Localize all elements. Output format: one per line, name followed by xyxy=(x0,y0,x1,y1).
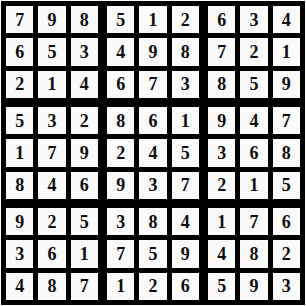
sudoku-cell-r9c7[interactable]: 5 xyxy=(208,273,235,300)
sudoku-cell-r2c8[interactable]: 2 xyxy=(240,38,267,65)
sudoku-cell-r2c5[interactable]: 9 xyxy=(139,38,166,65)
sudoku-cell-r2c2[interactable]: 5 xyxy=(38,38,65,65)
sudoku-cell-r8c5[interactable]: 5 xyxy=(139,240,166,267)
sudoku-cell-r1c4[interactable]: 5 xyxy=(107,6,134,33)
sudoku-cell-r7c8[interactable]: 7 xyxy=(240,208,267,235)
sudoku-cell-r2c7[interactable]: 7 xyxy=(208,38,235,65)
sudoku-cell-r7c2[interactable]: 2 xyxy=(38,208,65,235)
sudoku-cell-r6c3[interactable]: 6 xyxy=(71,172,98,199)
sudoku-cell-r4c2[interactable]: 3 xyxy=(38,107,65,134)
sudoku-cell-r7c1[interactable]: 9 xyxy=(6,208,33,235)
sudoku-box-1: 798653214 xyxy=(6,6,98,98)
sudoku-box-6: 947368215 xyxy=(208,107,300,199)
sudoku-cell-r5c2[interactable]: 7 xyxy=(38,139,65,166)
sudoku-cell-r6c8[interactable]: 1 xyxy=(240,172,267,199)
sudoku-cell-r4c3[interactable]: 2 xyxy=(71,107,98,134)
sudoku-cell-r9c3[interactable]: 7 xyxy=(71,273,98,300)
sudoku-box-7: 925361487 xyxy=(6,208,98,300)
sudoku-cell-r8c3[interactable]: 1 xyxy=(71,240,98,267)
sudoku-cell-r1c5[interactable]: 1 xyxy=(139,6,166,33)
sudoku-cell-r3c7[interactable]: 8 xyxy=(208,71,235,98)
sudoku-cell-r4c1[interactable]: 5 xyxy=(6,107,33,134)
sudoku-cell-r8c8[interactable]: 8 xyxy=(240,240,267,267)
sudoku-cell-r2c9[interactable]: 1 xyxy=(273,38,300,65)
sudoku-cell-r4c5[interactable]: 6 xyxy=(139,107,166,134)
sudoku-cell-r5c4[interactable]: 2 xyxy=(107,139,134,166)
sudoku-cell-r1c1[interactable]: 7 xyxy=(6,6,33,33)
sudoku-cell-r7c3[interactable]: 5 xyxy=(71,208,98,235)
sudoku-cell-r3c2[interactable]: 1 xyxy=(38,71,65,98)
sudoku-cell-r5c9[interactable]: 8 xyxy=(273,139,300,166)
sudoku-cell-r5c7[interactable]: 3 xyxy=(208,139,235,166)
sudoku-cell-r3c5[interactable]: 7 xyxy=(139,71,166,98)
sudoku-cell-r3c4[interactable]: 6 xyxy=(107,71,134,98)
sudoku-cell-r4c4[interactable]: 8 xyxy=(107,107,134,134)
sudoku-cell-r1c9[interactable]: 4 xyxy=(273,6,300,33)
sudoku-board: 7986532145124986736347218595321798468612… xyxy=(0,0,306,306)
sudoku-cell-r5c1[interactable]: 1 xyxy=(6,139,33,166)
sudoku-cell-r9c6[interactable]: 6 xyxy=(172,273,199,300)
sudoku-box-3: 634721859 xyxy=(208,6,300,98)
sudoku-cell-r6c7[interactable]: 2 xyxy=(208,172,235,199)
sudoku-cell-r5c5[interactable]: 4 xyxy=(139,139,166,166)
sudoku-cell-r2c1[interactable]: 6 xyxy=(6,38,33,65)
sudoku-cell-r5c6[interactable]: 5 xyxy=(172,139,199,166)
sudoku-cell-r1c6[interactable]: 2 xyxy=(172,6,199,33)
sudoku-cell-r6c5[interactable]: 3 xyxy=(139,172,166,199)
sudoku-cell-r7c5[interactable]: 8 xyxy=(139,208,166,235)
sudoku-cell-r1c7[interactable]: 6 xyxy=(208,6,235,33)
sudoku-cell-r4c9[interactable]: 7 xyxy=(273,107,300,134)
sudoku-cell-r9c2[interactable]: 8 xyxy=(38,273,65,300)
sudoku-box-9: 176482593 xyxy=(208,208,300,300)
sudoku-cell-r8c1[interactable]: 3 xyxy=(6,240,33,267)
sudoku-box-2: 512498673 xyxy=(107,6,199,98)
sudoku-box-5: 861245937 xyxy=(107,107,199,199)
sudoku-cell-r8c4[interactable]: 7 xyxy=(107,240,134,267)
sudoku-cell-r3c9[interactable]: 9 xyxy=(273,71,300,98)
sudoku-box-8: 384759126 xyxy=(107,208,199,300)
sudoku-cell-r9c4[interactable]: 1 xyxy=(107,273,134,300)
sudoku-cell-r8c2[interactable]: 6 xyxy=(38,240,65,267)
sudoku-cell-r6c6[interactable]: 7 xyxy=(172,172,199,199)
sudoku-cell-r1c2[interactable]: 9 xyxy=(38,6,65,33)
sudoku-cell-r5c3[interactable]: 9 xyxy=(71,139,98,166)
sudoku-cell-r5c8[interactable]: 6 xyxy=(240,139,267,166)
sudoku-cell-r7c4[interactable]: 3 xyxy=(107,208,134,235)
sudoku-cell-r1c8[interactable]: 3 xyxy=(240,6,267,33)
sudoku-cell-r4c6[interactable]: 1 xyxy=(172,107,199,134)
sudoku-cell-r3c6[interactable]: 3 xyxy=(172,71,199,98)
sudoku-cell-r3c8[interactable]: 5 xyxy=(240,71,267,98)
sudoku-cell-r2c6[interactable]: 8 xyxy=(172,38,199,65)
sudoku-cell-r4c8[interactable]: 4 xyxy=(240,107,267,134)
sudoku-cell-r9c1[interactable]: 4 xyxy=(6,273,33,300)
sudoku-cell-r6c9[interactable]: 5 xyxy=(273,172,300,199)
sudoku-cell-r6c4[interactable]: 9 xyxy=(107,172,134,199)
sudoku-cell-r9c9[interactable]: 3 xyxy=(273,273,300,300)
sudoku-cell-r7c9[interactable]: 6 xyxy=(273,208,300,235)
sudoku-cell-r3c3[interactable]: 4 xyxy=(71,71,98,98)
sudoku-cell-r7c6[interactable]: 4 xyxy=(172,208,199,235)
sudoku-cell-r6c2[interactable]: 4 xyxy=(38,172,65,199)
sudoku-box-4: 532179846 xyxy=(6,107,98,199)
sudoku-cell-r2c3[interactable]: 3 xyxy=(71,38,98,65)
sudoku-cell-r1c3[interactable]: 8 xyxy=(71,6,98,33)
sudoku-cell-r8c6[interactable]: 9 xyxy=(172,240,199,267)
sudoku-cell-r4c7[interactable]: 9 xyxy=(208,107,235,134)
sudoku-cell-r8c7[interactable]: 4 xyxy=(208,240,235,267)
sudoku-cell-r6c1[interactable]: 8 xyxy=(6,172,33,199)
sudoku-cell-r9c8[interactable]: 9 xyxy=(240,273,267,300)
sudoku-cell-r7c7[interactable]: 1 xyxy=(208,208,235,235)
sudoku-cell-r2c4[interactable]: 4 xyxy=(107,38,134,65)
sudoku-cell-r9c5[interactable]: 2 xyxy=(139,273,166,300)
sudoku-cell-r3c1[interactable]: 2 xyxy=(6,71,33,98)
sudoku-cell-r8c9[interactable]: 2 xyxy=(273,240,300,267)
